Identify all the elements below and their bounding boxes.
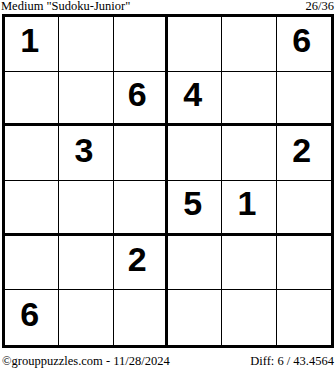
board: 1664325126 (2, 14, 334, 348)
cell-r3c1[interactable] (5, 126, 59, 181)
cell-r4c4[interactable]: 5 (168, 181, 222, 236)
cell-r2c2[interactable] (59, 72, 113, 127)
cell-r6c4[interactable] (168, 290, 222, 345)
cell-r1c2[interactable] (59, 17, 113, 72)
cell-r1c6[interactable]: 6 (277, 17, 331, 72)
footer-copyright: ©grouppuzzles.com - 11/28/2024 (2, 354, 170, 368)
cell-r5c6[interactable] (277, 236, 331, 291)
cell-r2c5[interactable] (222, 72, 276, 127)
cell-r4c3[interactable] (114, 181, 168, 236)
cell-r2c1[interactable] (5, 72, 59, 127)
cell-r1c5[interactable] (222, 17, 276, 72)
given-digit: 2 (292, 131, 311, 170)
puzzle-counter: 26/36 (306, 0, 334, 13)
cell-r2c3[interactable]: 6 (114, 72, 168, 127)
cell-r5c2[interactable] (59, 236, 113, 291)
puzzle-title: Medium "Sudoku-Junior" (1, 0, 130, 13)
footer-difficulty: Diff: 6 / 43.4564 (250, 354, 334, 368)
cell-r1c4[interactable] (168, 17, 222, 72)
given-digit: 6 (128, 75, 147, 114)
given-digit: 6 (20, 295, 39, 334)
cell-r2c6[interactable] (277, 72, 331, 127)
given-digit: 5 (183, 184, 202, 223)
cell-r6c6[interactable] (277, 290, 331, 345)
cell-r1c1[interactable]: 1 (5, 17, 59, 72)
cell-r4c6[interactable] (277, 181, 331, 236)
cell-r5c3[interactable]: 2 (114, 236, 168, 291)
cell-r6c1[interactable]: 6 (5, 290, 59, 345)
header: Medium "Sudoku-Junior" 26/36 (0, 0, 336, 14)
given-digit: 3 (75, 131, 94, 170)
cell-r5c4[interactable] (168, 236, 222, 291)
given-digit: 4 (183, 75, 202, 114)
footer: ©grouppuzzles.com - 11/28/2024 Diff: 6 /… (0, 352, 336, 368)
cell-r3c2[interactable]: 3 (59, 126, 113, 181)
cell-r5c1[interactable] (5, 236, 59, 291)
given-digit: 6 (292, 21, 311, 60)
given-digit: 1 (238, 184, 257, 223)
cell-r6c5[interactable] (222, 290, 276, 345)
cell-r4c5[interactable]: 1 (222, 181, 276, 236)
given-digit: 2 (128, 240, 147, 279)
cell-r6c3[interactable] (114, 290, 168, 345)
cell-r3c6[interactable]: 2 (277, 126, 331, 181)
cell-r3c3[interactable] (114, 126, 168, 181)
cell-r4c2[interactable] (59, 181, 113, 236)
cell-r3c4[interactable] (168, 126, 222, 181)
cell-r2c4[interactable]: 4 (168, 72, 222, 127)
cell-r3c5[interactable] (222, 126, 276, 181)
cell-r4c1[interactable] (5, 181, 59, 236)
given-digit: 1 (20, 21, 39, 60)
cell-r6c2[interactable] (59, 290, 113, 345)
cell-r5c5[interactable] (222, 236, 276, 291)
cell-r1c3[interactable] (114, 17, 168, 72)
